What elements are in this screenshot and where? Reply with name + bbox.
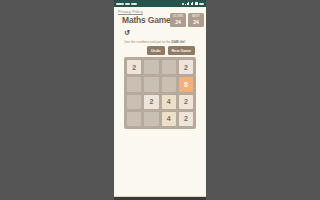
score-panel: SCORE 24 BEST 24 xyxy=(170,13,204,27)
status-left-text xyxy=(116,3,137,5)
app-screen: Privacy Policy Maths Game SCORE 24 BEST … xyxy=(114,0,206,200)
empty-cell xyxy=(127,112,141,126)
best-box: BEST 24 xyxy=(188,13,204,27)
empty-cell xyxy=(144,60,158,74)
notification-icon xyxy=(182,3,184,5)
tile-4: 4 xyxy=(162,112,176,126)
carrier-text xyxy=(116,3,124,5)
empty-cell xyxy=(144,77,158,91)
privacy-policy-link[interactable]: Privacy Policy xyxy=(118,9,143,14)
instruction-prefix: Join the numbers and get to the xyxy=(124,40,171,44)
tile-2: 2 xyxy=(144,95,158,109)
gesture-nav-bar[interactable] xyxy=(114,197,206,200)
clock-text xyxy=(199,3,204,5)
empty-cell xyxy=(127,77,141,91)
status-text xyxy=(125,3,130,5)
undo-button[interactable]: Undo xyxy=(147,46,165,55)
status-right-icons xyxy=(182,2,205,6)
empty-cell xyxy=(144,112,158,126)
signal-icon xyxy=(185,2,189,6)
status-text xyxy=(131,3,137,5)
tile-2: 2 xyxy=(127,60,141,74)
new-game-button[interactable]: New Game xyxy=(168,46,195,55)
empty-cell xyxy=(162,77,176,91)
instruction-text: Join the numbers and get to the 2048 til… xyxy=(124,40,200,44)
best-value: 24 xyxy=(193,19,199,25)
undo-arrow-icon[interactable]: ↺ xyxy=(124,29,130,37)
wifi-icon xyxy=(191,2,194,5)
tile-4: 4 xyxy=(162,95,176,109)
page-title: Maths Game xyxy=(122,15,171,25)
score-box: SCORE 24 xyxy=(170,13,186,27)
board-grid[interactable]: 22824242 xyxy=(124,57,196,129)
status-bar xyxy=(114,0,206,7)
battery-icon xyxy=(195,2,198,5)
tile-8: 8 xyxy=(179,77,193,91)
empty-cell xyxy=(162,60,176,74)
tile-2: 2 xyxy=(179,60,193,74)
tile-2: 2 xyxy=(179,95,193,109)
button-row: Undo New Game xyxy=(147,46,195,55)
tile-2: 2 xyxy=(179,112,193,126)
instruction-goal: 2048 tile! xyxy=(171,40,185,44)
empty-cell xyxy=(127,95,141,109)
score-value: 24 xyxy=(175,19,181,25)
